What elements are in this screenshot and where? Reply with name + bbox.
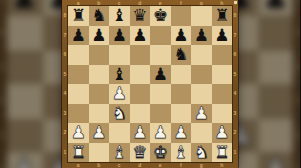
piece-black-pawn: ♟ <box>132 26 147 43</box>
square-g6[interactable] <box>191 45 212 65</box>
square-h4 <box>258 84 294 118</box>
square-b3[interactable] <box>89 104 110 124</box>
file-label-g: g <box>191 162 212 168</box>
video-frame: abcdefgh87654321♜♞♝♛♚♜♟♟♟♟♟♟♟♞♝♟♟♞♟♟♟♟♟♟… <box>0 0 300 168</box>
square-e5[interactable]: ♟ <box>150 65 171 85</box>
square-c2[interactable] <box>109 123 130 143</box>
square-e4[interactable] <box>150 84 171 104</box>
square-d8[interactable]: ♛ <box>130 6 151 26</box>
rank-label-5: 5 <box>232 65 238 85</box>
square-f1[interactable]: ♝ <box>171 143 192 163</box>
rank-label-6: 6 <box>294 16 301 50</box>
rank-label-4: 4 <box>232 84 238 104</box>
square-c4[interactable]: ♟ <box>109 84 130 104</box>
square-g2[interactable] <box>191 123 212 143</box>
square-g7[interactable]: ♟ <box>191 26 212 46</box>
piece-white-pawn: ♟ <box>214 124 229 141</box>
square-b7[interactable]: ♟ <box>89 26 110 46</box>
square-h3 <box>258 118 294 152</box>
square-c3[interactable]: ♞ <box>109 104 130 124</box>
square-e8[interactable]: ♚ <box>150 6 171 26</box>
square-g4[interactable] <box>191 84 212 104</box>
rank-label-7: 7 <box>294 0 301 16</box>
piece-black-king: ♚ <box>153 7 168 24</box>
piece-white-bishop: ♝ <box>173 143 188 160</box>
square-b2[interactable]: ♟ <box>89 123 110 143</box>
square-g8[interactable] <box>191 6 212 26</box>
piece-white-pawn: ♟ <box>262 154 289 168</box>
square-f8[interactable] <box>171 6 192 26</box>
piece-white-pawn: ♟ <box>11 154 38 168</box>
piece-black-rook: ♜ <box>214 7 229 24</box>
square-h2: ♟ <box>258 152 294 168</box>
square-a5 <box>7 50 43 84</box>
square-a8[interactable]: ♜ <box>68 6 89 26</box>
square-b8[interactable]: ♞ <box>89 6 110 26</box>
square-b1[interactable] <box>89 143 110 163</box>
square-f4[interactable] <box>171 84 192 104</box>
square-b6[interactable] <box>89 45 110 65</box>
square-f6[interactable]: ♞ <box>171 45 192 65</box>
square-g5[interactable] <box>191 65 212 85</box>
file-label-c: c <box>109 162 130 168</box>
square-a2[interactable]: ♟ <box>68 123 89 143</box>
piece-black-rook: ♜ <box>71 7 86 24</box>
square-f5[interactable] <box>171 65 192 85</box>
piece-black-bishop: ♝ <box>112 65 127 82</box>
rank-label-6: 6 <box>232 45 238 65</box>
square-h7[interactable]: ♟ <box>212 26 233 46</box>
square-b5[interactable] <box>89 65 110 85</box>
piece-white-pawn: ♟ <box>194 104 209 121</box>
piece-black-knight: ♞ <box>91 7 106 24</box>
square-h6[interactable] <box>212 45 233 65</box>
piece-black-pawn: ♟ <box>153 65 168 82</box>
file-label-a: a <box>68 162 89 168</box>
piece-white-pawn: ♟ <box>71 124 86 141</box>
square-e3[interactable] <box>150 104 171 124</box>
square-c8[interactable]: ♝ <box>109 6 130 26</box>
chess-board-container: abcdefgh87654321♜♞♝♛♚♜♟♟♟♟♟♟♟♞♝♟♟♞♟♟♟♟♟♟… <box>62 0 238 168</box>
piece-black-queen: ♛ <box>132 7 147 24</box>
square-a3[interactable] <box>68 104 89 124</box>
piece-black-pawn: ♟ <box>71 26 86 43</box>
square-d2[interactable]: ♟ <box>130 123 151 143</box>
piece-white-knight: ♞ <box>194 143 209 160</box>
piece-white-king: ♚ <box>153 143 168 160</box>
square-a7[interactable]: ♟ <box>68 26 89 46</box>
square-a6 <box>7 16 43 50</box>
chess-board: abcdefgh87654321♜♞♝♛♚♜♟♟♟♟♟♟♟♞♝♟♟♞♟♟♟♟♟♟… <box>62 0 238 168</box>
piece-black-pawn: ♟ <box>11 0 38 13</box>
square-c7[interactable]: ♟ <box>109 26 130 46</box>
board-corner-icon <box>234 1 237 4</box>
square-c6[interactable] <box>109 45 130 65</box>
square-f7[interactable]: ♟ <box>171 26 192 46</box>
rank-labels-right: 87654321 <box>294 0 301 168</box>
square-d7[interactable]: ♟ <box>130 26 151 46</box>
square-h6 <box>258 16 294 50</box>
file-label-h: h <box>212 162 233 168</box>
file-label-e: e <box>150 162 171 168</box>
square-f3[interactable] <box>171 104 192 124</box>
square-e6[interactable] <box>150 45 171 65</box>
rank-label-5: 5 <box>294 50 301 84</box>
square-a7: ♟ <box>7 0 43 16</box>
piece-white-pawn: ♟ <box>112 85 127 102</box>
piece-white-pawn: ♟ <box>173 124 188 141</box>
square-a3 <box>7 118 43 152</box>
file-label-f: f <box>171 162 192 168</box>
piece-black-pawn: ♟ <box>91 26 106 43</box>
square-e2[interactable]: ♟ <box>150 123 171 143</box>
square-h8[interactable]: ♜ <box>212 6 233 26</box>
piece-white-rook: ♜ <box>71 143 86 160</box>
piece-white-queen: ♛ <box>132 143 147 160</box>
square-d6[interactable] <box>130 45 151 65</box>
rank-labels-right: 87654321 <box>232 6 238 162</box>
square-h4[interactable] <box>212 84 233 104</box>
piece-white-pawn: ♟ <box>153 124 168 141</box>
square-h1[interactable]: ♜ <box>212 143 233 163</box>
piece-black-bishop: ♝ <box>112 7 127 24</box>
square-e1[interactable]: ♚ <box>150 143 171 163</box>
rank-label-2: 2 <box>232 123 238 143</box>
rank-label-2: 2 <box>294 152 301 168</box>
square-h7: ♟ <box>258 0 294 16</box>
square-g3[interactable]: ♟ <box>191 104 212 124</box>
square-a1[interactable]: ♜ <box>68 143 89 163</box>
square-d1[interactable]: ♛ <box>130 143 151 163</box>
square-a4[interactable] <box>68 84 89 104</box>
rank-label-3: 3 <box>294 118 301 152</box>
rank-label-7: 7 <box>232 26 238 46</box>
piece-black-pawn: ♟ <box>262 0 289 13</box>
rank-label-8: 8 <box>232 6 238 26</box>
square-a4 <box>7 84 43 118</box>
square-a2: ♟ <box>7 152 43 168</box>
square-h3[interactable] <box>212 104 233 124</box>
square-h5[interactable] <box>212 65 233 85</box>
square-a6[interactable] <box>68 45 89 65</box>
square-a5[interactable] <box>68 65 89 85</box>
rank-label-1: 1 <box>232 143 238 163</box>
piece-black-pawn: ♟ <box>112 26 127 43</box>
square-b4[interactable] <box>89 84 110 104</box>
piece-white-knight: ♞ <box>112 104 127 121</box>
board-squares: ♜♞♝♛♚♜♟♟♟♟♟♟♟♞♝♟♟♞♟♟♟♟♟♟♟♜♝♛♚♝♞♜ <box>68 6 232 162</box>
piece-white-pawn: ♟ <box>132 124 147 141</box>
square-e7[interactable] <box>150 26 171 46</box>
piece-white-pawn: ♟ <box>91 124 106 141</box>
square-h2[interactable]: ♟ <box>212 123 233 143</box>
piece-white-rook: ♜ <box>214 143 229 160</box>
square-h5 <box>258 50 294 84</box>
rank-label-4: 4 <box>294 84 301 118</box>
file-label-b: b <box>89 162 110 168</box>
square-d5[interactable] <box>130 65 151 85</box>
square-c1[interactable]: ♝ <box>109 143 130 163</box>
square-c5[interactable]: ♝ <box>109 65 130 85</box>
square-d3[interactable] <box>130 104 151 124</box>
square-d4[interactable] <box>130 84 151 104</box>
file-label-d: d <box>130 162 151 168</box>
rank-label-3: 3 <box>232 104 238 124</box>
piece-black-pawn: ♟ <box>194 26 209 43</box>
piece-black-pawn: ♟ <box>173 26 188 43</box>
file-labels-bottom: abcdefgh <box>68 162 232 168</box>
piece-black-pawn: ♟ <box>214 26 229 43</box>
square-g1[interactable]: ♞ <box>191 143 212 163</box>
piece-white-bishop: ♝ <box>112 143 127 160</box>
piece-black-knight: ♞ <box>173 46 188 63</box>
square-f2[interactable]: ♟ <box>171 123 192 143</box>
